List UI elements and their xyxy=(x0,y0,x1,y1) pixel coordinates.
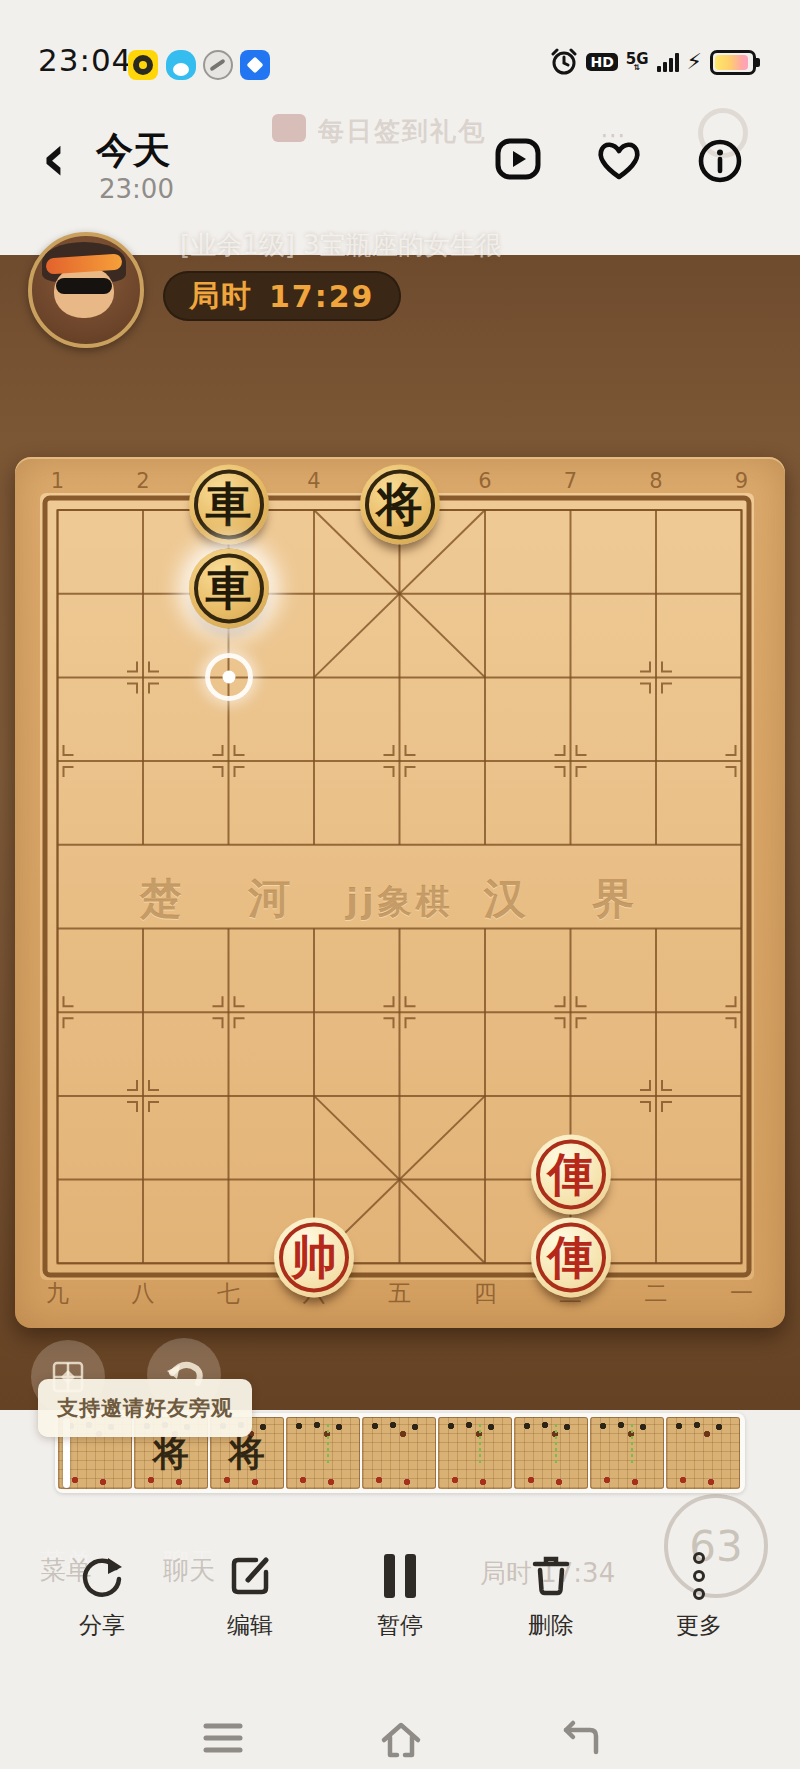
bottom-file-label: 五 xyxy=(388,1278,411,1309)
bottom-file-label: 四 xyxy=(474,1278,497,1309)
hd-badge: HD xyxy=(586,53,617,71)
piece-black-車: 車 xyxy=(189,464,269,544)
play-video-button[interactable] xyxy=(495,138,541,180)
faint-gift-icon xyxy=(272,114,306,142)
river-labels: 楚 河jj象棋汉 界 xyxy=(15,871,785,927)
status-time: 23:04 xyxy=(38,42,132,78)
faint-player-name: [业余1级] 3宝瓶座的女生很 xyxy=(180,228,502,263)
river-left-label: 楚 河 xyxy=(140,874,317,923)
more-icon xyxy=(639,1550,759,1602)
bottom-file-label: 八 xyxy=(132,1278,155,1309)
back-chevron-button[interactable]: ‹ xyxy=(42,124,66,191)
qq-app-icon xyxy=(166,50,196,80)
piece-red-俥: 俥 xyxy=(531,1134,611,1214)
river-center-logo: jj象棋 xyxy=(346,881,453,921)
edit-label: 编辑 xyxy=(190,1610,310,1641)
edit-button[interactable]: 编辑 xyxy=(190,1550,310,1641)
screen: 菜单 聊天 菜单 聊天 局时 17:34 63 局时 17:29 楚 河jj象棋… xyxy=(0,0,800,1769)
filmstrip-thumbnail[interactable] xyxy=(362,1417,436,1489)
spectate-tooltip: 支持邀请好友旁观 xyxy=(38,1379,252,1437)
timer-value: 17:29 xyxy=(269,279,375,314)
signal-bars xyxy=(657,52,679,72)
share-label: 分享 xyxy=(42,1610,162,1641)
edit-icon xyxy=(190,1550,310,1602)
back-icon[interactable] xyxy=(558,1718,602,1760)
page-title: 今天 xyxy=(96,126,170,176)
kwai-app-icon xyxy=(128,50,158,80)
share-icon xyxy=(42,1550,162,1602)
favorite-heart-button[interactable] xyxy=(595,138,643,182)
status-right-cluster: HD 5G⇅ ⚡ xyxy=(550,48,756,76)
delete-button[interactable]: 删除 xyxy=(491,1550,611,1641)
filmstrip-thumbnail[interactable] xyxy=(590,1417,664,1489)
timer-label: 局时 xyxy=(189,276,253,317)
bottom-file-label: 七 xyxy=(217,1278,240,1309)
filmstrip-thumbnail[interactable] xyxy=(286,1417,360,1489)
top-file-label: 8 xyxy=(649,469,662,493)
piece-red-俥: 俥 xyxy=(531,1218,611,1298)
gallery-toolbar: 分享 编辑 暂停 删除 更多 xyxy=(0,1550,800,1670)
top-file-label: 6 xyxy=(478,469,491,493)
top-file-label: 9 xyxy=(735,469,748,493)
top-file-label: 7 xyxy=(564,469,577,493)
piece-red-帅: 帅 xyxy=(274,1218,354,1298)
filmstrip-thumbnail[interactable] xyxy=(666,1417,740,1489)
charging-bolt-icon: ⚡ xyxy=(687,51,702,73)
delete-icon xyxy=(491,1550,611,1602)
more-button[interactable]: 更多 xyxy=(639,1550,759,1641)
filmstrip-thumbnail[interactable] xyxy=(438,1417,512,1489)
network-type: 5G⇅ xyxy=(626,53,649,71)
piece-black-将: 将 xyxy=(360,464,440,544)
top-file-label: 4 xyxy=(307,469,320,493)
pause-button[interactable]: 暂停 xyxy=(340,1550,460,1641)
top-file-label: 2 xyxy=(136,469,149,493)
android-nav-bar xyxy=(0,1700,800,1769)
xiangqi-board: 楚 河jj象棋汉 界 123456789九八七六五四三二一 車将車俥帅俥 xyxy=(15,457,785,1328)
player-avatar xyxy=(28,232,144,348)
recents-icon[interactable] xyxy=(202,1718,244,1758)
bottom-file-label: 九 xyxy=(46,1278,69,1309)
status-and-header-bar: 每日签到礼包 ⋯ 23:04 HD 5G⇅ ⚡ ‹ 今天 23:00 xyxy=(0,0,800,255)
river-right-label: 汉 界 xyxy=(484,874,661,923)
last-move-origin-marker xyxy=(205,653,253,701)
bottom-file-label: 二 xyxy=(645,1278,668,1309)
piece-black-車: 車 xyxy=(189,548,269,628)
pause-icon xyxy=(340,1550,460,1602)
info-button[interactable] xyxy=(697,138,743,184)
page-subtitle: 23:00 xyxy=(99,174,174,204)
browser-app-icon xyxy=(203,50,233,80)
share-button[interactable]: 分享 xyxy=(42,1550,162,1641)
more-label: 更多 xyxy=(639,1610,759,1641)
pause-label: 暂停 xyxy=(340,1610,460,1641)
game-timer-badge: 局时 17:29 xyxy=(163,271,401,321)
top-file-label: 1 xyxy=(51,469,64,493)
delete-label: 删除 xyxy=(491,1610,611,1641)
alarm-clock-icon xyxy=(550,48,578,76)
filmstrip-thumbnail[interactable] xyxy=(514,1417,588,1489)
bottom-file-label: 一 xyxy=(730,1278,753,1309)
battery-icon xyxy=(710,50,756,75)
faint-banner-text: 每日签到礼包 xyxy=(318,114,486,149)
home-icon[interactable] xyxy=(378,1718,424,1760)
avatar-sunglasses xyxy=(56,278,112,294)
link-app-icon xyxy=(240,50,270,80)
